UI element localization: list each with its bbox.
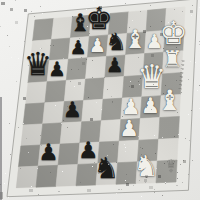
film-grain-light: [0, 0, 1, 1]
piece-white-bishop-f7[interactable]: ♝: [124, 27, 147, 53]
piece-white-bishop-h4[interactable]: ♝: [157, 87, 182, 115]
photo-edge-artifact: [0, 97, 2, 200]
piece-black-pawn-e6[interactable]: ♟: [106, 55, 124, 75]
piece-black-pawn-b2[interactable]: ♟: [38, 141, 59, 164]
chessboard-photo: ♛◆ ♝♚♟♟♞♝♟♚♛♟♟♜♛♟♟♟♝♟♟♟♞♞: [0, 0, 200, 200]
photo-corner-mark: [1, 2, 5, 5]
photo-corner-mark: [0, 192, 3, 199]
piece-black-knight-e1[interactable]: ♞: [93, 153, 119, 182]
piece-white-pawn-d7[interactable]: ♟: [89, 36, 106, 55]
pieces-layer: ♝♚♟♟♞♝♟♚♛♟♟♜♛♟♟♟♝♟♟♟♞♞: [0, 0, 200, 200]
piece-white-king-h7[interactable]: ♚: [159, 18, 187, 50]
piece-black-pawn-b6[interactable]: ♟: [48, 59, 66, 79]
piece-white-knight-g1[interactable]: ♞: [133, 152, 159, 181]
piece-white-pawn-f3[interactable]: ♟: [119, 117, 139, 139]
piece-black-pawn-c7[interactable]: ♟: [70, 37, 87, 56]
piece-black-pawn-c4[interactable]: ♟: [63, 99, 82, 121]
